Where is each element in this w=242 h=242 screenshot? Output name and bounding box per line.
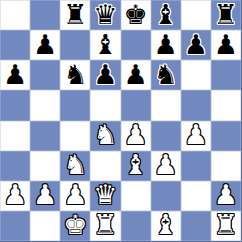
black-pawn-g7[interactable]: ♟: [184, 31, 208, 58]
square-c3[interactable]: ♞: [60, 151, 90, 181]
square-b1[interactable]: [30, 211, 60, 241]
square-f5[interactable]: [151, 90, 181, 120]
white-king-c1[interactable]: ♚: [63, 211, 87, 238]
square-d3[interactable]: [90, 151, 120, 181]
white-pawn-g4[interactable]: ♟: [184, 121, 208, 148]
square-d5[interactable]: [90, 90, 120, 120]
square-f3[interactable]: ♟: [151, 151, 181, 181]
square-g3[interactable]: [181, 151, 211, 181]
square-c6[interactable]: ♞: [60, 60, 90, 90]
white-pawn-a2[interactable]: ♟: [3, 181, 27, 208]
square-a6[interactable]: ♟: [0, 60, 30, 90]
square-g7[interactable]: ♟: [181, 30, 211, 60]
black-rook-h8[interactable]: ♜: [214, 1, 238, 28]
square-a2[interactable]: ♟: [0, 181, 30, 211]
square-a7[interactable]: [0, 30, 30, 60]
square-d2[interactable]: ♛: [90, 181, 120, 211]
black-pawn-b7[interactable]: ♟: [33, 31, 57, 58]
square-e4[interactable]: ♟: [121, 121, 151, 151]
white-pawn-c2[interactable]: ♟: [63, 181, 87, 208]
square-g6[interactable]: [181, 60, 211, 90]
square-g2[interactable]: [181, 181, 211, 211]
square-a5[interactable]: [0, 90, 30, 120]
black-knight-c6[interactable]: ♞: [63, 61, 87, 88]
square-c2[interactable]: ♟: [60, 181, 90, 211]
square-c4[interactable]: [60, 121, 90, 151]
square-c8[interactable]: ♜: [60, 0, 90, 30]
square-b2[interactable]: ♟: [30, 181, 60, 211]
square-h6[interactable]: [211, 60, 241, 90]
square-f2[interactable]: [151, 181, 181, 211]
square-d6[interactable]: ♟: [90, 60, 120, 90]
white-rook-d1[interactable]: ♜: [93, 211, 117, 238]
square-b4[interactable]: [30, 121, 60, 151]
white-knight-c3[interactable]: ♞: [63, 151, 87, 178]
square-d7[interactable]: ♝: [90, 30, 120, 60]
square-b6[interactable]: [30, 60, 60, 90]
black-bishop-d7[interactable]: ♝: [93, 31, 117, 58]
square-e8[interactable]: ♚: [121, 0, 151, 30]
square-f8[interactable]: ♝: [151, 0, 181, 30]
black-pawn-a6[interactable]: ♟: [3, 61, 27, 88]
white-pawn-h2[interactable]: ♟: [214, 181, 238, 208]
square-b8[interactable]: [30, 0, 60, 30]
square-h8[interactable]: ♜: [211, 0, 241, 30]
square-e2[interactable]: [121, 181, 151, 211]
square-a8[interactable]: [0, 0, 30, 30]
square-h5[interactable]: [211, 90, 241, 120]
square-g5[interactable]: [181, 90, 211, 120]
white-pawn-b2[interactable]: ♟: [33, 181, 57, 208]
black-pawn-d6[interactable]: ♟: [93, 61, 117, 88]
square-e3[interactable]: ♝: [121, 151, 151, 181]
square-h2[interactable]: ♟: [211, 181, 241, 211]
black-bishop-f8[interactable]: ♝: [154, 1, 178, 28]
square-b5[interactable]: [30, 90, 60, 120]
square-d1[interactable]: ♜: [90, 211, 120, 241]
square-c1[interactable]: ♚: [60, 211, 90, 241]
black-pawn-h7[interactable]: ♟: [214, 31, 238, 58]
square-e6[interactable]: ♟: [121, 60, 151, 90]
square-a1[interactable]: [0, 211, 30, 241]
white-pawn-f3[interactable]: ♟: [154, 151, 178, 178]
square-d4[interactable]: ♞: [90, 121, 120, 151]
square-h7[interactable]: ♟: [211, 30, 241, 60]
square-c5[interactable]: [60, 90, 90, 120]
square-g1[interactable]: [181, 211, 211, 241]
black-knight-f6[interactable]: ♞: [154, 61, 178, 88]
square-f4[interactable]: [151, 121, 181, 151]
square-f7[interactable]: ♟: [151, 30, 181, 60]
white-bishop-f1[interactable]: ♝: [154, 211, 178, 238]
square-h1[interactable]: ♜: [211, 211, 241, 241]
black-pawn-e6[interactable]: ♟: [123, 61, 147, 88]
black-queen-d8[interactable]: ♛: [93, 1, 117, 28]
black-pawn-f7[interactable]: ♟: [154, 31, 178, 58]
square-f6[interactable]: ♞: [151, 60, 181, 90]
black-rook-c8[interactable]: ♜: [63, 1, 87, 28]
white-knight-d4[interactable]: ♞: [93, 121, 117, 148]
square-a3[interactable]: [0, 151, 30, 181]
chess-board: ♜♛♚♝♜♟♝♟♟♟♟♞♟♟♞♞♟♟♞♝♟♟♟♟♛♟♚♜♝♜: [0, 0, 242, 242]
white-queen-d2[interactable]: ♛: [93, 181, 117, 208]
white-rook-h1[interactable]: ♜: [214, 211, 238, 238]
square-a4[interactable]: [0, 121, 30, 151]
black-king-e8[interactable]: ♚: [123, 1, 147, 28]
square-e1[interactable]: [121, 211, 151, 241]
square-g8[interactable]: [181, 0, 211, 30]
square-f1[interactable]: ♝: [151, 211, 181, 241]
square-b3[interactable]: [30, 151, 60, 181]
square-e7[interactable]: [121, 30, 151, 60]
square-h4[interactable]: [211, 121, 241, 151]
square-h3[interactable]: [211, 151, 241, 181]
square-c7[interactable]: [60, 30, 90, 60]
square-b7[interactable]: ♟: [30, 30, 60, 60]
white-bishop-e3[interactable]: ♝: [123, 151, 147, 178]
square-d8[interactable]: ♛: [90, 0, 120, 30]
square-e5[interactable]: [121, 90, 151, 120]
square-g4[interactable]: ♟: [181, 121, 211, 151]
white-pawn-e4[interactable]: ♟: [123, 121, 147, 148]
